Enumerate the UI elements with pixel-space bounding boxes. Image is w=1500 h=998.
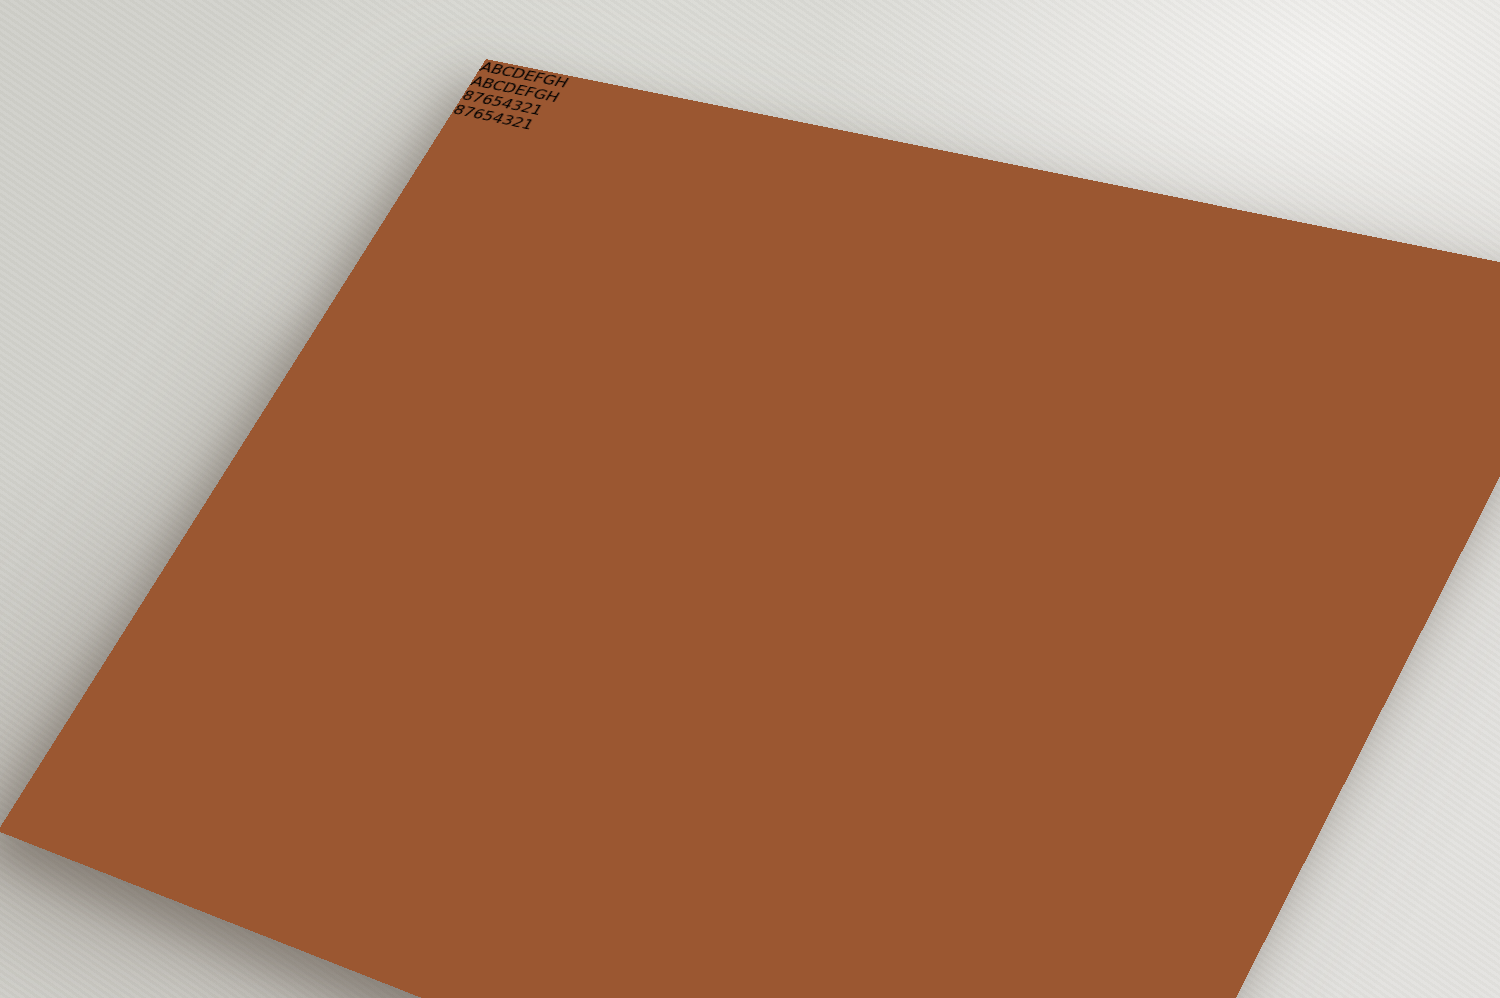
rank-labels-right: 87654321 [450,102,1500,353]
chess-board-wrap: ABCDEFGH ABCDEFGH 87654321 87654321 [0,0,1500,998]
photo-scene: ABCDEFGH ABCDEFGH 87654321 87654321 ♜♞♝♛… [0,0,1500,998]
chess-board: ABCDEFGH ABCDEFGH 87654321 87654321 [0,59,1500,998]
